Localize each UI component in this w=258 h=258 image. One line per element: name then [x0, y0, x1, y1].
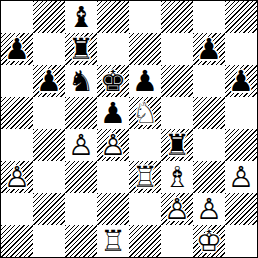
white-king-body: ♚: [193, 225, 225, 257]
square-f5[interactable]: [161, 97, 193, 129]
white-pawn-outline: ♙: [97, 129, 129, 161]
piece-white-pawn: ♟♙: [97, 129, 129, 161]
square-e4[interactable]: [129, 129, 161, 161]
square-h1[interactable]: [225, 225, 257, 257]
piece-white-pawn: ♟♙: [65, 129, 97, 161]
black-king-body: ♚: [97, 65, 129, 97]
square-f1[interactable]: [161, 225, 193, 257]
chess-diagram: ♝♟♜♟♟♞♚♟♟♟♞♘♟♙♟♙♜♟♙♜♖♝♗♟♙♟♙♟♙♜♖♚♔: [0, 0, 258, 258]
white-pawn-body: ♟: [225, 161, 257, 193]
square-h8[interactable]: [225, 1, 257, 33]
piece-black-bishop: ♝: [65, 1, 97, 33]
square-e8[interactable]: [129, 1, 161, 33]
square-d6[interactable]: ♚: [97, 65, 129, 97]
black-rook-body: ♜: [161, 129, 193, 161]
square-d2[interactable]: [97, 193, 129, 225]
square-e5[interactable]: ♞♘: [129, 97, 161, 129]
square-h2[interactable]: [225, 193, 257, 225]
piece-white-pawn: ♟♙: [193, 193, 225, 225]
square-d8[interactable]: [97, 1, 129, 33]
white-pawn-body: ♟: [97, 129, 129, 161]
piece-white-pawn: ♟♙: [225, 161, 257, 193]
square-b1[interactable]: [33, 225, 65, 257]
square-f6[interactable]: [161, 65, 193, 97]
piece-black-rook: ♜: [161, 129, 193, 161]
square-g7[interactable]: ♟: [193, 33, 225, 65]
square-d7[interactable]: [97, 33, 129, 65]
black-pawn-body: ♟: [193, 33, 225, 65]
square-c1[interactable]: [65, 225, 97, 257]
square-f3[interactable]: ♝♗: [161, 161, 193, 193]
square-a1[interactable]: [1, 225, 33, 257]
square-b4[interactable]: [33, 129, 65, 161]
square-g2[interactable]: ♟♙: [193, 193, 225, 225]
square-g5[interactable]: [193, 97, 225, 129]
black-pawn-body: ♟: [225, 65, 257, 97]
square-b2[interactable]: [33, 193, 65, 225]
square-f8[interactable]: [161, 1, 193, 33]
square-g8[interactable]: [193, 1, 225, 33]
black-pawn-body: ♟: [33, 65, 65, 97]
square-h3[interactable]: ♟♙: [225, 161, 257, 193]
piece-black-pawn: ♟: [193, 33, 225, 65]
square-b7[interactable]: [33, 33, 65, 65]
piece-black-pawn: ♟: [33, 65, 65, 97]
white-rook-outline: ♖: [97, 225, 129, 257]
square-a6[interactable]: [1, 65, 33, 97]
piece-black-knight: ♞: [65, 65, 97, 97]
square-b5[interactable]: [33, 97, 65, 129]
square-h5[interactable]: [225, 97, 257, 129]
piece-white-pawn: ♟♙: [1, 161, 33, 193]
white-knight-outline: ♘: [129, 97, 161, 129]
square-g6[interactable]: [193, 65, 225, 97]
square-a3[interactable]: ♟♙: [1, 161, 33, 193]
square-d4[interactable]: ♟♙: [97, 129, 129, 161]
piece-black-pawn: ♟: [1, 33, 33, 65]
piece-black-pawn: ♟: [129, 65, 161, 97]
black-pawn-body: ♟: [129, 65, 161, 97]
black-pawn-body: ♟: [97, 97, 129, 129]
piece-black-king: ♚: [97, 65, 129, 97]
square-h6[interactable]: ♟: [225, 65, 257, 97]
white-pawn-body: ♟: [65, 129, 97, 161]
piece-black-rook: ♜: [65, 33, 97, 65]
square-c6[interactable]: ♞: [65, 65, 97, 97]
square-e7[interactable]: [129, 33, 161, 65]
square-c8[interactable]: ♝: [65, 1, 97, 33]
white-pawn-body: ♟: [193, 193, 225, 225]
square-d3[interactable]: [97, 161, 129, 193]
square-a2[interactable]: [1, 193, 33, 225]
square-a7[interactable]: ♟: [1, 33, 33, 65]
square-c5[interactable]: [65, 97, 97, 129]
white-rook-body: ♜: [97, 225, 129, 257]
square-e3[interactable]: ♜♖: [129, 161, 161, 193]
square-g3[interactable]: [193, 161, 225, 193]
square-d1[interactable]: ♜♖: [97, 225, 129, 257]
square-b3[interactable]: [33, 161, 65, 193]
white-pawn-outline: ♙: [1, 161, 33, 193]
square-g4[interactable]: [193, 129, 225, 161]
square-h4[interactable]: [225, 129, 257, 161]
square-a4[interactable]: [1, 129, 33, 161]
white-bishop-outline: ♗: [161, 161, 193, 193]
white-knight-body: ♞: [129, 97, 161, 129]
black-bishop-body: ♝: [65, 1, 97, 33]
square-e1[interactable]: [129, 225, 161, 257]
piece-white-knight: ♞♘: [129, 97, 161, 129]
square-h7[interactable]: [225, 33, 257, 65]
square-b8[interactable]: [33, 1, 65, 33]
piece-white-rook: ♜♖: [129, 161, 161, 193]
square-f7[interactable]: [161, 33, 193, 65]
white-pawn-body: ♟: [161, 193, 193, 225]
square-c3[interactable]: [65, 161, 97, 193]
white-bishop-body: ♝: [161, 161, 193, 193]
piece-white-rook: ♜♖: [97, 225, 129, 257]
black-pawn-body: ♟: [1, 33, 33, 65]
piece-black-pawn: ♟: [97, 97, 129, 129]
white-rook-outline: ♖: [129, 161, 161, 193]
square-b6[interactable]: ♟: [33, 65, 65, 97]
square-c4[interactable]: ♟♙: [65, 129, 97, 161]
white-pawn-outline: ♙: [161, 193, 193, 225]
piece-white-king: ♚♔: [193, 225, 225, 257]
square-f4[interactable]: ♜: [161, 129, 193, 161]
black-knight-body: ♞: [65, 65, 97, 97]
white-pawn-outline: ♙: [193, 193, 225, 225]
white-pawn-body: ♟: [1, 161, 33, 193]
square-d5[interactable]: ♟: [97, 97, 129, 129]
black-rook-body: ♜: [65, 33, 97, 65]
white-pawn-outline: ♙: [225, 161, 257, 193]
piece-white-pawn: ♟♙: [161, 193, 193, 225]
white-pawn-outline: ♙: [65, 129, 97, 161]
white-king-outline: ♔: [193, 225, 225, 257]
piece-white-bishop: ♝♗: [161, 161, 193, 193]
piece-black-pawn: ♟: [225, 65, 257, 97]
square-e2[interactable]: [129, 193, 161, 225]
square-c2[interactable]: [65, 193, 97, 225]
square-a5[interactable]: [1, 97, 33, 129]
square-e6[interactable]: ♟: [129, 65, 161, 97]
square-f2[interactable]: ♟♙: [161, 193, 193, 225]
square-a8[interactable]: [1, 1, 33, 33]
white-rook-body: ♜: [129, 161, 161, 193]
square-c7[interactable]: ♜: [65, 33, 97, 65]
chess-board: ♝♟♜♟♟♞♚♟♟♟♞♘♟♙♟♙♜♟♙♜♖♝♗♟♙♟♙♟♙♜♖♚♔: [1, 1, 257, 257]
square-g1[interactable]: ♚♔: [193, 225, 225, 257]
